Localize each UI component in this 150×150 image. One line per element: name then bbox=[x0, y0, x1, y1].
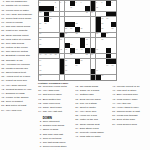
grid-cell[interactable] bbox=[80, 6, 85, 11]
grid-cell[interactable] bbox=[49, 43, 54, 48]
grid-cell[interactable] bbox=[106, 6, 111, 11]
grid-cell[interactable] bbox=[85, 1, 90, 6]
clue-number: 47. bbox=[112, 94, 116, 97]
grid-cell[interactable] bbox=[65, 6, 70, 11]
grid-cell[interactable] bbox=[70, 64, 75, 69]
grid-cell[interactable]: 4 bbox=[65, 1, 70, 6]
clue-text: Long journey away bbox=[117, 99, 138, 102]
clue-column-bottom-3: 43.Moving current of air46.Wall built of… bbox=[112, 86, 149, 150]
cell-number: 62 bbox=[39, 69, 41, 71]
black-cell bbox=[106, 1, 111, 6]
grid-cell[interactable] bbox=[85, 27, 90, 32]
grid-cell[interactable]: 65 bbox=[39, 75, 44, 80]
grid-cell[interactable] bbox=[60, 75, 65, 80]
cell-number: 37 bbox=[86, 38, 88, 40]
cell-number: 12 bbox=[96, 6, 98, 8]
cell-number: 53 bbox=[91, 53, 93, 55]
cell-number: 6 bbox=[81, 1, 82, 3]
grid-cell[interactable]: 1 bbox=[39, 1, 44, 6]
grid-cell[interactable] bbox=[80, 33, 85, 38]
cell-number: 38 bbox=[101, 38, 103, 40]
clue-number: 31. bbox=[75, 124, 79, 127]
cell-number: 54 bbox=[39, 59, 41, 61]
clue-item: 4.Shore of sand bbox=[38, 129, 72, 132]
cell-number: 44 bbox=[75, 48, 77, 50]
cell-number: 35 bbox=[39, 38, 41, 40]
grid-cell[interactable] bbox=[70, 59, 75, 64]
grid-cell[interactable] bbox=[75, 6, 80, 11]
grid-cell[interactable] bbox=[85, 64, 90, 69]
clue-number: 21. bbox=[1, 30, 5, 33]
grid-cell[interactable] bbox=[49, 75, 54, 80]
grid-cell[interactable]: 42 bbox=[60, 48, 65, 53]
grid-cell[interactable] bbox=[91, 17, 96, 22]
grid-cell[interactable]: 5 bbox=[75, 1, 80, 6]
clue-text: Final spoken word bbox=[117, 124, 137, 127]
grid-cell[interactable]: 53 bbox=[91, 54, 96, 59]
grid-cell[interactable] bbox=[49, 22, 54, 27]
grid-cell[interactable]: 51 bbox=[70, 54, 75, 59]
grid-cell[interactable] bbox=[49, 1, 54, 6]
grid-cell[interactable] bbox=[96, 54, 101, 59]
grid-cell[interactable]: 56 bbox=[80, 59, 85, 64]
cell-number: 10 bbox=[55, 6, 57, 8]
clue-text: Land with no water bbox=[80, 136, 101, 139]
grid-cell[interactable]: 26 bbox=[70, 27, 75, 32]
grid-cell[interactable] bbox=[101, 6, 106, 11]
grid-cell[interactable]: 49 bbox=[49, 54, 54, 59]
cell-number: 29 bbox=[112, 27, 114, 29]
grid-cell[interactable] bbox=[111, 48, 116, 53]
cell-number: 61 bbox=[112, 64, 114, 66]
cell-number: 66 bbox=[101, 74, 103, 76]
grid-cell[interactable]: 16 bbox=[91, 12, 96, 17]
grid-cell[interactable] bbox=[54, 22, 59, 27]
cell-number: 60 bbox=[106, 64, 108, 66]
black-cell bbox=[91, 69, 96, 74]
cell-number: 5 bbox=[75, 1, 76, 3]
grid-cell[interactable] bbox=[54, 43, 59, 48]
cell-number: 32 bbox=[75, 32, 77, 34]
grid-cell[interactable] bbox=[75, 75, 80, 80]
grid-cell[interactable] bbox=[49, 27, 54, 32]
clue-number: 28. bbox=[75, 119, 79, 122]
clue-item: 11.Frozen form of water bbox=[1, 10, 36, 13]
grid-cell[interactable]: 45 bbox=[80, 48, 85, 53]
grid-cell[interactable]: 29 bbox=[111, 27, 116, 32]
grid-cell[interactable] bbox=[44, 33, 49, 38]
grid-cell[interactable] bbox=[96, 59, 101, 64]
grid-cell[interactable] bbox=[70, 75, 75, 80]
clue-number: 64. bbox=[38, 111, 42, 114]
grid-cell[interactable] bbox=[96, 12, 101, 17]
cell-number: 39 bbox=[39, 43, 41, 45]
grid-cell[interactable] bbox=[54, 33, 59, 38]
clue-item: 22.Small working insect bbox=[1, 35, 36, 38]
clue-number: 59. bbox=[112, 124, 116, 127]
cell-number: 58 bbox=[65, 64, 67, 66]
grid-cell[interactable] bbox=[54, 17, 59, 22]
grid-cell[interactable]: 33 bbox=[96, 33, 101, 38]
clue-item: 61.Brief written tale bbox=[38, 99, 72, 102]
grid-cell[interactable] bbox=[75, 54, 80, 59]
grid-cell[interactable]: 36 bbox=[60, 38, 65, 43]
clue-text: Drink served warm bbox=[80, 99, 101, 102]
clue-item: 41.Land with no water bbox=[75, 136, 110, 139]
clue-column-left: 5.Not closed, as a door7.Tool for diggin… bbox=[1, 0, 36, 150]
grid-cell[interactable] bbox=[85, 75, 90, 80]
grid-cell[interactable]: 17 bbox=[49, 17, 54, 22]
black-cell bbox=[60, 64, 65, 69]
grid-cell[interactable]: 43 bbox=[65, 48, 70, 53]
grid-cell[interactable] bbox=[65, 17, 70, 22]
grid-cell[interactable]: 34 bbox=[106, 33, 111, 38]
grid-cell[interactable] bbox=[91, 59, 96, 64]
grid-cell[interactable]: 41 bbox=[85, 43, 90, 48]
clue-text: Very long river bbox=[6, 110, 22, 113]
grid-cell[interactable] bbox=[60, 54, 65, 59]
grid-cell[interactable]: 15 bbox=[85, 12, 90, 17]
grid-cell[interactable]: 28 bbox=[101, 27, 106, 32]
grid-cell[interactable] bbox=[60, 17, 65, 22]
grid-cell[interactable] bbox=[96, 38, 101, 43]
black-cell bbox=[96, 17, 101, 22]
clue-number: 58. bbox=[112, 119, 116, 122]
cell-number: 36 bbox=[60, 38, 62, 40]
grid-cell[interactable] bbox=[44, 38, 49, 43]
grid-cell[interactable] bbox=[91, 38, 96, 43]
grid-cell[interactable]: 63 bbox=[65, 69, 70, 74]
clue-number: 53. bbox=[1, 105, 5, 108]
clue-number: 4. bbox=[38, 129, 42, 132]
grid-cell[interactable] bbox=[75, 38, 80, 43]
grid-cell[interactable]: 12 bbox=[96, 6, 101, 11]
cell-number: 17 bbox=[50, 17, 52, 19]
grid-cell[interactable] bbox=[101, 64, 106, 69]
cell-number: 27 bbox=[81, 27, 83, 29]
grid-cell[interactable] bbox=[101, 54, 106, 59]
black-cell bbox=[111, 12, 116, 17]
clue-text: Capital city of France bbox=[6, 5, 29, 8]
cell-number: 7 bbox=[96, 1, 97, 3]
clue-item: 14.Cutting edge bbox=[75, 94, 110, 97]
clue-item: 28.Water of the sea bbox=[75, 119, 110, 122]
grid-cell[interactable] bbox=[44, 64, 49, 69]
cell-number: 25 bbox=[65, 27, 67, 29]
cell-number: 40 bbox=[70, 43, 72, 45]
cell-number: 16 bbox=[91, 11, 93, 13]
black-cell bbox=[44, 12, 49, 17]
clue-text: Small rowing boat bbox=[80, 124, 100, 127]
grid-cell[interactable] bbox=[111, 33, 116, 38]
clue-number: 61. bbox=[38, 99, 42, 102]
cell-number: 20 bbox=[39, 22, 41, 24]
clue-text: Brightest evening star bbox=[6, 55, 30, 58]
grid-cell[interactable] bbox=[106, 22, 111, 27]
grid-cell[interactable] bbox=[60, 22, 65, 27]
clue-text: Bird active at night bbox=[6, 105, 27, 108]
cell-number: 41 bbox=[86, 43, 88, 45]
cell-number: 51 bbox=[70, 53, 72, 55]
clue-column-bottom-1: 55.Precious yellow metal56.Very high pea… bbox=[38, 86, 72, 150]
grid-cell[interactable] bbox=[54, 12, 59, 17]
grid-cell[interactable] bbox=[106, 75, 111, 80]
grid-cell[interactable]: 44 bbox=[75, 48, 80, 53]
cell-number: 23 bbox=[101, 22, 103, 24]
grid-cell[interactable] bbox=[70, 33, 75, 38]
clue-item: 53.Bird active at night bbox=[1, 105, 36, 108]
grid-cell[interactable]: 66 bbox=[101, 75, 106, 80]
black-cell bbox=[60, 69, 65, 74]
cell-number: 31 bbox=[65, 32, 67, 34]
black-cell bbox=[106, 48, 111, 53]
cell-number: 42 bbox=[60, 48, 62, 50]
clue-item: 31.Small rowing boat bbox=[75, 124, 110, 127]
grid-cell[interactable] bbox=[85, 59, 90, 64]
cell-number: 55 bbox=[65, 59, 67, 61]
cell-number: 63 bbox=[65, 69, 67, 71]
grid-cell[interactable]: 50 bbox=[54, 54, 59, 59]
cell-number: 21 bbox=[44, 22, 46, 24]
black-cell bbox=[80, 38, 85, 43]
cell-number: 57 bbox=[39, 64, 41, 66]
grid-cell[interactable] bbox=[101, 43, 106, 48]
grid-cell[interactable] bbox=[111, 6, 116, 11]
grid-cell[interactable] bbox=[75, 69, 80, 74]
cell-number: 28 bbox=[101, 27, 103, 29]
grid-cell[interactable] bbox=[44, 59, 49, 64]
cell-number: 48 bbox=[44, 53, 46, 55]
grid-cell[interactable] bbox=[111, 17, 116, 22]
clue-item: 10.Capital city of France bbox=[1, 5, 36, 8]
grid-cell[interactable] bbox=[44, 1, 49, 6]
cell-number: 52 bbox=[86, 53, 88, 55]
grid-cell[interactable]: 40 bbox=[70, 43, 75, 48]
puzzle-caption: Printable Crossword Puzzle bbox=[38, 82, 117, 84]
grid-cell[interactable] bbox=[111, 75, 116, 80]
grid-cell[interactable] bbox=[85, 17, 90, 22]
cell-number: 9 bbox=[112, 1, 113, 3]
grid-cell[interactable]: 13 bbox=[39, 12, 44, 17]
grid-cell[interactable]: 8 bbox=[101, 1, 106, 6]
grid-cell[interactable]: 64 bbox=[96, 69, 101, 74]
clue-text: Planet far from sun bbox=[6, 80, 27, 83]
grid-cell[interactable] bbox=[54, 69, 59, 74]
grid-cell[interactable] bbox=[54, 64, 59, 69]
black-cell bbox=[60, 59, 65, 64]
cell-number: 19 bbox=[106, 17, 108, 19]
cell-number: 11 bbox=[70, 6, 72, 8]
grid-cell[interactable]: 22 bbox=[75, 22, 80, 27]
grid-cell[interactable] bbox=[80, 17, 85, 22]
cell-number: 59 bbox=[75, 64, 77, 66]
grid-cell[interactable] bbox=[49, 69, 54, 74]
grid-cell[interactable] bbox=[91, 27, 96, 32]
grid-cell[interactable] bbox=[65, 38, 70, 43]
cell-number: 56 bbox=[81, 59, 83, 61]
grid-cell[interactable] bbox=[49, 64, 54, 69]
black-cell bbox=[96, 75, 101, 80]
grid-cell[interactable] bbox=[80, 75, 85, 80]
cell-number: 65 bbox=[39, 74, 41, 76]
black-cell bbox=[106, 54, 111, 59]
grid-cell[interactable]: 38 bbox=[101, 38, 106, 43]
clue-number: 10. bbox=[1, 5, 5, 8]
clue-text: Plant of dry deserts bbox=[6, 30, 28, 33]
clue-text: Early morning hour bbox=[117, 94, 138, 97]
grid-cell[interactable]: 46 bbox=[96, 48, 101, 53]
black-cell bbox=[96, 22, 101, 27]
grid-cell[interactable]: 9 bbox=[111, 1, 116, 6]
grid-cell[interactable] bbox=[85, 69, 90, 74]
cell-number: 50 bbox=[55, 53, 57, 55]
grid-cell[interactable] bbox=[60, 6, 65, 11]
clue-number: 54. bbox=[1, 110, 5, 113]
grid-cell[interactable] bbox=[54, 27, 59, 32]
clue-number: 48. bbox=[112, 99, 116, 102]
grid-cell[interactable]: 59 bbox=[75, 64, 80, 69]
cell-number: 15 bbox=[86, 11, 88, 13]
grid-cell[interactable] bbox=[91, 33, 96, 38]
grid-cell[interactable] bbox=[111, 38, 116, 43]
cell-number: 3 bbox=[60, 1, 61, 3]
clue-column-bottom-2: 12.Tall marsh grass13.Game on a board14.… bbox=[75, 86, 110, 150]
grid-cell[interactable] bbox=[111, 43, 116, 48]
clue-number: 11. bbox=[1, 10, 5, 13]
cell-number: 30 bbox=[39, 32, 41, 34]
clue-text: Soft woven fabric bbox=[43, 94, 62, 97]
grid-cell[interactable]: 31 bbox=[65, 33, 70, 38]
clue-number: 15. bbox=[75, 99, 79, 102]
crossword-grid: 1234567891011121314151617181920212223242… bbox=[38, 0, 117, 81]
black-cell bbox=[91, 75, 96, 80]
clue-text: Brief written tale bbox=[43, 99, 61, 102]
clue-text: The very last part bbox=[43, 111, 62, 114]
cell-number: 43 bbox=[65, 48, 67, 50]
grid-cell[interactable] bbox=[80, 12, 85, 17]
grid-cell[interactable] bbox=[49, 38, 54, 43]
clue-text: Shore of sand bbox=[43, 129, 59, 132]
grid-cell[interactable] bbox=[44, 69, 49, 74]
cell-number: 24 bbox=[39, 27, 41, 29]
grid-cell[interactable] bbox=[49, 59, 54, 64]
cell-number: 2 bbox=[55, 1, 56, 3]
grid-cell[interactable] bbox=[106, 38, 111, 43]
grid-cell[interactable] bbox=[106, 43, 111, 48]
grid-cell[interactable]: 19 bbox=[106, 17, 111, 22]
grid-cell[interactable] bbox=[60, 27, 65, 32]
clue-text: Cutting edge bbox=[80, 94, 94, 97]
grid-cell[interactable]: 21 bbox=[44, 22, 49, 27]
clue-item: 30.Brightest evening star bbox=[1, 55, 36, 58]
clue-item: 54.Very long river bbox=[1, 110, 36, 113]
grid-cell[interactable] bbox=[54, 75, 59, 80]
clue-item: 21.Plant of dry deserts bbox=[1, 30, 36, 33]
grid-cell[interactable] bbox=[91, 43, 96, 48]
grid-cell[interactable] bbox=[91, 64, 96, 69]
grid-cell[interactable] bbox=[111, 69, 116, 74]
clue-item: 15.Drink served warm bbox=[75, 99, 110, 102]
black-cell bbox=[91, 1, 96, 6]
clue-item: 59.Final spoken word bbox=[112, 124, 149, 127]
grid-cell[interactable] bbox=[44, 27, 49, 32]
grid-cell[interactable]: 11 bbox=[70, 6, 75, 11]
grid-cell[interactable] bbox=[70, 12, 75, 17]
grid-cell[interactable] bbox=[80, 64, 85, 69]
clue-text: Water of the sea bbox=[80, 119, 98, 122]
crossword-page: 1234567891011121314151617181920212223242… bbox=[0, 0, 150, 150]
clue-number: 39. bbox=[1, 80, 5, 83]
grid-cell[interactable] bbox=[54, 38, 59, 43]
grid-cell[interactable] bbox=[65, 75, 70, 80]
clue-text: Door at the back bbox=[117, 119, 135, 122]
cell-number: 33 bbox=[96, 32, 98, 34]
cell-number: 47 bbox=[39, 53, 41, 55]
grid-cell[interactable] bbox=[80, 69, 85, 74]
clue-text: Small working insect bbox=[6, 35, 29, 38]
black-cell bbox=[44, 6, 49, 11]
grid-cell[interactable] bbox=[44, 75, 49, 80]
clue-number: 41. bbox=[75, 136, 79, 139]
grid-cell[interactable]: 3 bbox=[60, 1, 65, 6]
grid-cell[interactable] bbox=[91, 22, 96, 27]
grid-cell[interactable]: 61 bbox=[111, 64, 116, 69]
cell-number: 18 bbox=[101, 17, 103, 19]
grid-cell[interactable] bbox=[101, 59, 106, 64]
cell-number: 34 bbox=[106, 32, 108, 34]
grid-cell[interactable] bbox=[85, 22, 90, 27]
grid-cell[interactable] bbox=[70, 17, 75, 22]
cell-number: 13 bbox=[39, 11, 41, 13]
grid-cell[interactable] bbox=[111, 54, 116, 59]
grid-cell[interactable] bbox=[60, 12, 65, 17]
clue-item: 60.Soft woven fabric bbox=[38, 94, 72, 97]
grid-cell[interactable] bbox=[106, 69, 111, 74]
grid-cell[interactable] bbox=[101, 48, 106, 53]
cell-number: 1 bbox=[39, 1, 40, 3]
clue-item: 64.The very last part bbox=[38, 111, 72, 114]
clue-item: 39.Planet far from sun bbox=[1, 80, 36, 83]
cell-number: 64 bbox=[96, 69, 98, 71]
grid-cell[interactable] bbox=[75, 12, 80, 17]
grid-cell[interactable] bbox=[54, 59, 59, 64]
cell-number: 4 bbox=[65, 1, 66, 3]
cell-number: 26 bbox=[70, 27, 72, 29]
grid-cell[interactable] bbox=[44, 43, 49, 48]
clue-number: 30. bbox=[1, 55, 5, 58]
clue-number: 14. bbox=[75, 94, 79, 97]
clue-item: 48.Long journey away bbox=[112, 99, 149, 102]
cell-number: 14 bbox=[50, 11, 52, 13]
grid-cell[interactable]: 10 bbox=[54, 6, 59, 11]
grid-cell[interactable]: 52 bbox=[85, 54, 90, 59]
grid-cell[interactable] bbox=[65, 12, 70, 17]
cell-number: 22 bbox=[75, 22, 77, 24]
cell-number: 45 bbox=[81, 48, 83, 50]
grid-cell[interactable]: 27 bbox=[80, 27, 85, 32]
clue-text: Frozen form of water bbox=[6, 10, 29, 13]
clue-number: 60. bbox=[38, 94, 42, 97]
grid-cell[interactable]: 32 bbox=[75, 33, 80, 38]
grid-cell[interactable] bbox=[49, 33, 54, 38]
grid-cell[interactable] bbox=[70, 69, 75, 74]
grid-cell[interactable]: 6 bbox=[80, 1, 85, 6]
grid-cell[interactable]: 39 bbox=[39, 43, 44, 48]
grid-cell[interactable]: 48 bbox=[44, 54, 49, 59]
cell-number: 46 bbox=[96, 48, 98, 50]
grid-cell[interactable]: 60 bbox=[106, 64, 111, 69]
clue-item: 58.Door at the back bbox=[112, 119, 149, 122]
